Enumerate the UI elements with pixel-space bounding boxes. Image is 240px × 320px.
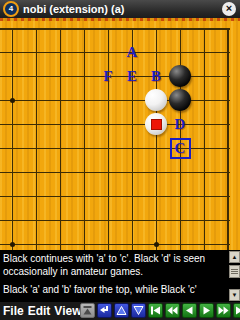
first-move-icon[interactable] — [148, 303, 163, 318]
white-stone-Q15 — [145, 113, 167, 135]
last-move-marker — [151, 119, 162, 130]
move-label-A[interactable]: A — [125, 45, 140, 60]
app-window: 4 nobi (extension) (a) × AFEBDC Black co… — [0, 0, 240, 320]
black-stone-R17 — [169, 65, 191, 87]
move-label-E[interactable]: E — [125, 69, 139, 84]
menu-edit[interactable]: Edit — [28, 304, 51, 318]
commentary-line: occasionally in amateur games. — [3, 265, 226, 278]
rewind-icon[interactable] — [165, 303, 180, 318]
previous-move-icon[interactable] — [182, 303, 197, 318]
variation-up-icon[interactable] — [114, 303, 129, 318]
variation-down-icon[interactable] — [131, 303, 146, 318]
scroll-up-icon[interactable]: ▲ — [229, 251, 240, 263]
back-branch-icon[interactable] — [97, 303, 112, 318]
scrollbar-thumb[interactable] — [229, 265, 240, 278]
boxed-move-label-C[interactable]: C — [170, 138, 191, 159]
fast-forward-icon[interactable] — [216, 303, 231, 318]
last-move-icon[interactable] — [233, 303, 240, 318]
commentary-line: Black 'a' and 'b' favor the top, while B… — [3, 283, 226, 296]
next-move-icon[interactable] — [199, 303, 214, 318]
move-label-F[interactable]: F — [101, 69, 114, 84]
black-stone-R16 — [169, 89, 191, 111]
scroll-down-icon[interactable]: ▼ — [229, 289, 240, 301]
menu-file[interactable]: File — [3, 304, 24, 318]
scrollbar-track[interactable] — [229, 278, 240, 289]
board-top-shadow — [0, 18, 240, 21]
white-stone-Q16 — [145, 89, 167, 111]
window-title: nobi (extension) (a) — [23, 3, 124, 15]
navigation-toolbar — [80, 303, 240, 319]
move-label-D[interactable]: D — [173, 117, 188, 132]
move-label-B[interactable]: B — [149, 69, 163, 84]
title-bar: 4 nobi (extension) (a) × — [0, 0, 240, 18]
close-icon[interactable]: × — [222, 2, 236, 16]
go-board[interactable]: AFEBDC — [0, 18, 240, 250]
commentary-panel: Black continues with 'a' to 'c'. Black '… — [0, 250, 240, 302]
jump-to-start-icon — [80, 303, 95, 318]
app-icon: 4 — [3, 1, 19, 17]
commentary-line: Black continues with 'a' to 'c'. Black '… — [3, 252, 226, 265]
commentary-scrollbar[interactable]: ▲ ▼ — [229, 251, 240, 301]
board-grid: AFEBDC — [0, 18, 240, 250]
menu-view[interactable]: View — [54, 304, 81, 318]
